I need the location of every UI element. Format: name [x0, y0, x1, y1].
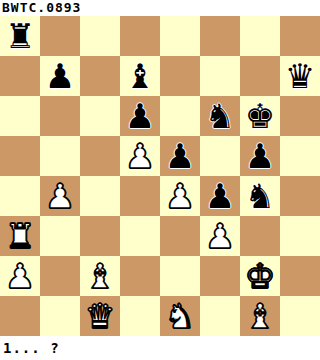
square-d5[interactable]: ♟: [120, 136, 160, 176]
square-c3[interactable]: [80, 216, 120, 256]
white-bishop-icon: ♝: [85, 256, 115, 296]
square-b6[interactable]: [40, 96, 80, 136]
white-bishop-icon: ♝: [245, 296, 275, 336]
white-pawn-icon: ♟: [205, 216, 235, 256]
square-e7[interactable]: [160, 56, 200, 96]
square-h8[interactable]: [280, 16, 320, 56]
square-f5[interactable]: [200, 136, 240, 176]
square-a5[interactable]: [0, 136, 40, 176]
square-e6[interactable]: [160, 96, 200, 136]
square-a6[interactable]: [0, 96, 40, 136]
square-b2[interactable]: [40, 256, 80, 296]
white-pawn-icon: ♟: [125, 136, 155, 176]
black-bishop-icon: ♝: [125, 56, 155, 96]
square-a3[interactable]: ♜: [0, 216, 40, 256]
square-d6[interactable]: ♟: [120, 96, 160, 136]
square-e4[interactable]: ♟: [160, 176, 200, 216]
square-f3[interactable]: ♟: [200, 216, 240, 256]
square-c8[interactable]: [80, 16, 120, 56]
square-g6[interactable]: ♚: [240, 96, 280, 136]
square-e8[interactable]: [160, 16, 200, 56]
black-pawn-icon: ♟: [165, 136, 195, 176]
white-pawn-icon: ♟: [45, 176, 75, 216]
black-knight-icon: ♞: [245, 176, 275, 216]
square-d3[interactable]: [120, 216, 160, 256]
white-rook-icon: ♜: [5, 216, 35, 256]
black-king-icon: ♚: [245, 96, 275, 136]
square-e1[interactable]: ♞: [160, 296, 200, 336]
square-h7[interactable]: ♛: [280, 56, 320, 96]
title-bar: BWTC.0893: [0, 0, 320, 16]
square-b1[interactable]: [40, 296, 80, 336]
black-rook-icon: ♜: [5, 16, 35, 56]
puzzle-title: BWTC.0893: [0, 0, 81, 16]
chess-board: ♜♟♝♛♟♞♚♟♟♟♟♟♟♞♜♟♟♝♚♛♞♝: [0, 16, 320, 336]
black-pawn-icon: ♟: [45, 56, 75, 96]
square-f4[interactable]: ♟: [200, 176, 240, 216]
square-g4[interactable]: ♞: [240, 176, 280, 216]
black-queen-icon: ♛: [285, 56, 315, 96]
square-h6[interactable]: [280, 96, 320, 136]
square-g3[interactable]: [240, 216, 280, 256]
square-g5[interactable]: ♟: [240, 136, 280, 176]
square-g1[interactable]: ♝: [240, 296, 280, 336]
square-b5[interactable]: [40, 136, 80, 176]
square-b8[interactable]: [40, 16, 80, 56]
square-e5[interactable]: ♟: [160, 136, 200, 176]
square-h2[interactable]: [280, 256, 320, 296]
black-pawn-icon: ♟: [205, 176, 235, 216]
black-knight-icon: ♞: [205, 96, 235, 136]
square-d8[interactable]: [120, 16, 160, 56]
square-g7[interactable]: [240, 56, 280, 96]
square-f6[interactable]: ♞: [200, 96, 240, 136]
white-king-icon: ♚: [245, 256, 275, 296]
white-knight-icon: ♞: [165, 296, 195, 336]
square-f2[interactable]: [200, 256, 240, 296]
square-d2[interactable]: [120, 256, 160, 296]
square-d7[interactable]: ♝: [120, 56, 160, 96]
square-h4[interactable]: [280, 176, 320, 216]
square-c7[interactable]: [80, 56, 120, 96]
square-f8[interactable]: [200, 16, 240, 56]
square-a1[interactable]: [0, 296, 40, 336]
square-f1[interactable]: [200, 296, 240, 336]
black-pawn-icon: ♟: [125, 96, 155, 136]
white-pawn-icon: ♟: [165, 176, 195, 216]
square-a2[interactable]: ♟: [0, 256, 40, 296]
square-g2[interactable]: ♚: [240, 256, 280, 296]
square-b7[interactable]: ♟: [40, 56, 80, 96]
square-a8[interactable]: ♜: [0, 16, 40, 56]
square-c6[interactable]: [80, 96, 120, 136]
white-pawn-icon: ♟: [5, 256, 35, 296]
square-d1[interactable]: [120, 296, 160, 336]
square-h5[interactable]: [280, 136, 320, 176]
move-prompt: 1... ?: [0, 340, 60, 356]
chess-puzzle-page: BWTC.0893 ♜♟♝♛♟♞♚♟♟♟♟♟♟♞♜♟♟♝♚♛♞♝ 1... ?: [0, 0, 320, 360]
square-d4[interactable]: [120, 176, 160, 216]
square-b4[interactable]: ♟: [40, 176, 80, 216]
square-c4[interactable]: [80, 176, 120, 216]
square-b3[interactable]: [40, 216, 80, 256]
move-prompt-bar: 1... ?: [0, 336, 320, 360]
black-pawn-icon: ♟: [245, 136, 275, 176]
square-g8[interactable]: [240, 16, 280, 56]
square-e2[interactable]: [160, 256, 200, 296]
square-a7[interactable]: [0, 56, 40, 96]
square-f7[interactable]: [200, 56, 240, 96]
square-c5[interactable]: [80, 136, 120, 176]
square-c2[interactable]: ♝: [80, 256, 120, 296]
square-e3[interactable]: [160, 216, 200, 256]
square-h3[interactable]: [280, 216, 320, 256]
white-queen-icon: ♛: [85, 296, 115, 336]
square-h1[interactable]: [280, 296, 320, 336]
square-c1[interactable]: ♛: [80, 296, 120, 336]
square-a4[interactable]: [0, 176, 40, 216]
